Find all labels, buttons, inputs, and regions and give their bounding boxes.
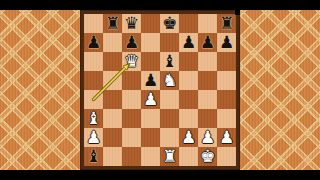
chess-board: ♜♛♚♜♟♟♟♟♟♛♝♟♞♟♝♟♟♟♟♝♜♚ [80, 10, 240, 170]
square-d5[interactable]: ♟ [141, 71, 160, 90]
square-e6[interactable]: ♝ [160, 52, 179, 71]
square-d4[interactable]: ♟ [141, 90, 160, 109]
square-a3[interactable]: ♝ [84, 109, 103, 128]
square-b2[interactable] [103, 128, 122, 147]
square-b1[interactable] [103, 147, 122, 166]
black-rook-h8[interactable]: ♜ [217, 14, 236, 33]
square-f4[interactable] [179, 90, 198, 109]
square-d2[interactable] [141, 128, 160, 147]
square-b5[interactable] [103, 71, 122, 90]
white-pawn-a2[interactable]: ♟ [84, 128, 103, 147]
square-b7[interactable] [103, 33, 122, 52]
square-e3[interactable] [160, 109, 179, 128]
square-g7[interactable]: ♟ [198, 33, 217, 52]
square-e5[interactable]: ♞ [160, 71, 179, 90]
square-d8[interactable] [141, 14, 160, 33]
black-pawn-d5[interactable]: ♟ [141, 71, 160, 90]
square-h7[interactable]: ♟ [217, 33, 236, 52]
square-b3[interactable] [103, 109, 122, 128]
black-pawn-f7[interactable]: ♟ [179, 33, 198, 52]
square-f5[interactable] [179, 71, 198, 90]
square-h8[interactable]: ♜ [217, 14, 236, 33]
white-bishop-a3[interactable]: ♝ [84, 109, 103, 128]
square-g5[interactable] [198, 71, 217, 90]
white-rook-e1[interactable]: ♜ [160, 147, 179, 166]
board-squares-grid: ♜♛♚♜♟♟♟♟♟♛♝♟♞♟♝♟♟♟♟♝♜♚ [84, 14, 236, 166]
square-e8[interactable]: ♚ [160, 14, 179, 33]
square-c2[interactable] [122, 128, 141, 147]
black-pawn-a7[interactable]: ♟ [84, 33, 103, 52]
square-h6[interactable] [217, 52, 236, 71]
black-pawn-c7[interactable]: ♟ [122, 33, 141, 52]
square-c7[interactable]: ♟ [122, 33, 141, 52]
square-h1[interactable] [217, 147, 236, 166]
square-h4[interactable] [217, 90, 236, 109]
square-e2[interactable] [160, 128, 179, 147]
square-f2[interactable]: ♟ [179, 128, 198, 147]
square-c6[interactable]: ♛ [122, 52, 141, 71]
square-h3[interactable] [217, 109, 236, 128]
white-knight-e5[interactable]: ♞ [160, 71, 179, 90]
black-queen-c8[interactable]: ♛ [122, 14, 141, 33]
square-a5[interactable] [84, 71, 103, 90]
white-queen-c6[interactable]: ♛ [122, 52, 141, 71]
square-a2[interactable]: ♟ [84, 128, 103, 147]
chess-app-stage: ♜♛♚♜♟♟♟♟♟♛♝♟♞♟♝♟♟♟♟♝♜♚ [0, 0, 320, 180]
square-e4[interactable] [160, 90, 179, 109]
square-c1[interactable] [122, 147, 141, 166]
square-c5[interactable] [122, 71, 141, 90]
square-f7[interactable]: ♟ [179, 33, 198, 52]
black-pawn-g7[interactable]: ♟ [198, 33, 217, 52]
square-a8[interactable] [84, 14, 103, 33]
square-f1[interactable] [179, 147, 198, 166]
square-c8[interactable]: ♛ [122, 14, 141, 33]
square-d6[interactable] [141, 52, 160, 71]
white-pawn-f2[interactable]: ♟ [179, 128, 198, 147]
square-f8[interactable] [179, 14, 198, 33]
black-bishop-e6[interactable]: ♝ [160, 52, 179, 71]
square-a7[interactable]: ♟ [84, 33, 103, 52]
square-a4[interactable] [84, 90, 103, 109]
square-b8[interactable]: ♜ [103, 14, 122, 33]
square-g1[interactable]: ♚ [198, 147, 217, 166]
square-h2[interactable]: ♟ [217, 128, 236, 147]
black-pawn-h7[interactable]: ♟ [217, 33, 236, 52]
square-f3[interactable] [179, 109, 198, 128]
black-rook-b8[interactable]: ♜ [103, 14, 122, 33]
square-g8[interactable] [198, 14, 217, 33]
black-to-move-indicator [235, 10, 240, 15]
square-g4[interactable] [198, 90, 217, 109]
black-bishop-a1[interactable]: ♝ [84, 147, 103, 166]
square-b6[interactable] [103, 52, 122, 71]
square-g3[interactable] [198, 109, 217, 128]
square-e1[interactable]: ♜ [160, 147, 179, 166]
square-c3[interactable] [122, 109, 141, 128]
square-f6[interactable] [179, 52, 198, 71]
square-d3[interactable] [141, 109, 160, 128]
square-e7[interactable] [160, 33, 179, 52]
square-h5[interactable] [217, 71, 236, 90]
square-d7[interactable] [141, 33, 160, 52]
square-c4[interactable] [122, 90, 141, 109]
square-g2[interactable]: ♟ [198, 128, 217, 147]
square-d1[interactable] [141, 147, 160, 166]
white-pawn-g2[interactable]: ♟ [198, 128, 217, 147]
square-g6[interactable] [198, 52, 217, 71]
white-pawn-h2[interactable]: ♟ [217, 128, 236, 147]
white-king-g1[interactable]: ♚ [198, 147, 217, 166]
white-pawn-d4[interactable]: ♟ [141, 90, 160, 109]
square-a6[interactable] [84, 52, 103, 71]
square-a1[interactable]: ♝ [84, 147, 103, 166]
black-king-e8[interactable]: ♚ [160, 14, 179, 33]
square-b4[interactable] [103, 90, 122, 109]
